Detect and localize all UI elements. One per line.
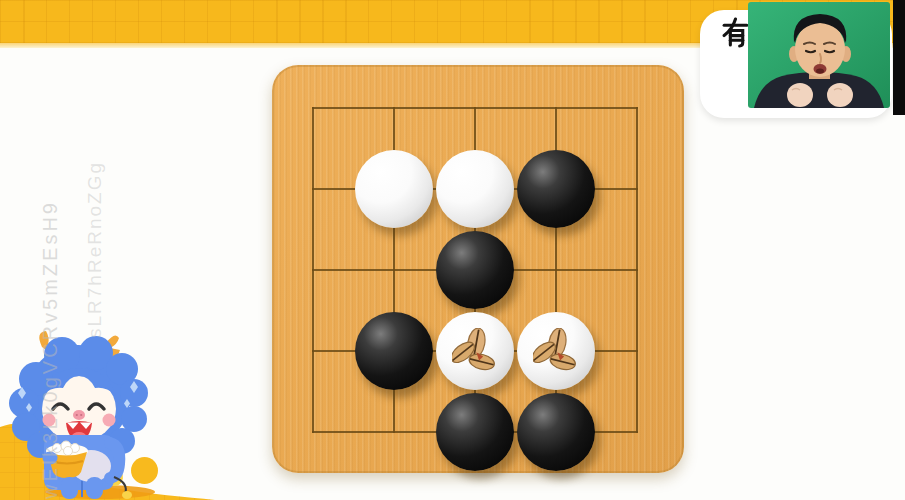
watermark-text-2: sLR7hReRnoZGg [84,161,106,338]
instructor-video [748,2,890,108]
black-stone [436,231,514,309]
white-stone [436,150,514,228]
black-stone [436,393,514,471]
white-stone-with-seeds [436,312,514,390]
black-stone [517,150,595,228]
video-frame: wEIk3Lk0gVCRv5mZEsH9 sLR7hReRnoZGg [0,0,905,500]
white-stone-with-seeds [517,312,595,390]
title-character [722,17,749,52]
video-letterbox [893,0,905,115]
melon-seeds-marker [533,328,579,374]
mascot [6,329,166,500]
grid-line-vertical [636,107,638,433]
black-stone [517,393,595,471]
melon-seeds-marker [452,328,498,374]
black-stone [355,312,433,390]
go-board [272,65,684,473]
white-stone [355,150,433,228]
